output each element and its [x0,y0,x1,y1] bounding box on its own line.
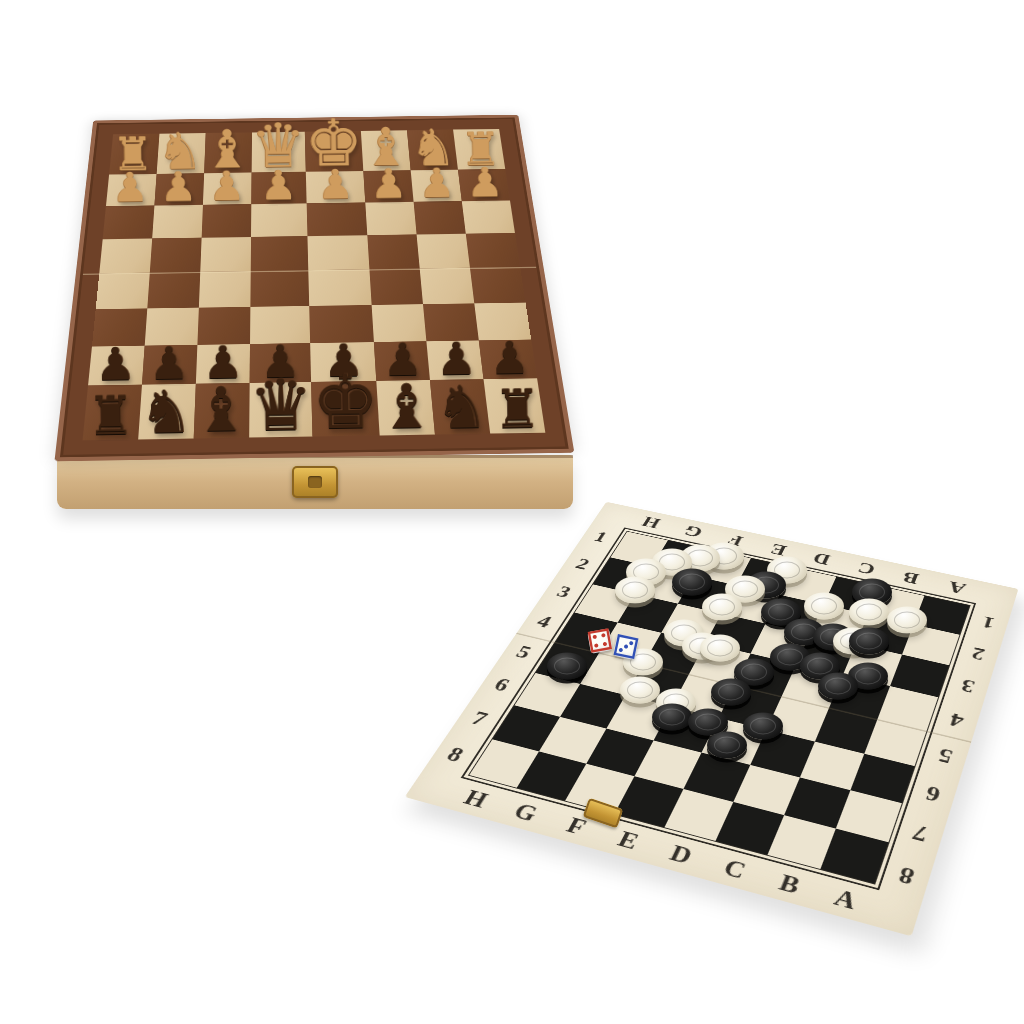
chess-square [199,271,251,307]
chess-square: ♟ [249,343,311,383]
chess-square: ♟ [374,341,430,381]
chess-square: ♞ [407,130,458,171]
chess-square [466,233,520,268]
chess-square: ♝ [193,383,249,439]
chess-square: ♞ [138,384,196,440]
chess-square: ♚ [311,381,380,437]
chess-piece: ♝ [193,381,249,440]
chess-piece: ♟ [436,338,477,381]
chess-square [152,205,203,239]
chess-piece: ♟ [208,167,245,206]
chess-piece: ♟ [419,164,456,203]
chess-square [200,237,251,272]
chess-piece: ♞ [139,384,193,441]
checkers-board: HGFEDCBA HGFEDCBA 12345678 12345678 [405,502,1019,937]
chess-piece: ♟ [489,337,530,380]
chess-square: ♟ [196,344,250,384]
chess-square [103,206,155,240]
chess-square: ♟ [411,170,462,202]
chess-piece: ♟ [371,165,408,204]
chess-square: ♞ [430,379,490,434]
chess-square [372,304,427,342]
chess-square: ♝ [377,380,436,435]
chess-piece: ♟ [259,340,300,383]
chess-square: ♜ [453,129,505,170]
chess-piece: ♟ [202,341,243,384]
chess-square [414,201,466,234]
chess-piece: ♜ [112,132,154,176]
chess-piece: ♝ [379,378,435,437]
chess-square [147,272,200,308]
chess-piece: ♟ [467,164,504,203]
chess-piece: ♜ [460,128,501,172]
chess-square [250,236,308,271]
chess-square [307,203,368,237]
chess-square: ♟ [142,345,197,385]
chess-square [197,307,250,345]
chess-piece: ♟ [382,339,423,382]
chess-piece: ♟ [94,343,135,386]
chess-square [99,238,152,273]
chess-piece: ♚ [305,113,363,175]
chess-square [150,238,202,273]
chess-square: ♟ [88,346,145,386]
chess-square: ♟ [427,340,484,380]
chess-square: ♟ [251,172,307,204]
chess-square: ♟ [458,169,510,201]
chess-square [417,234,470,269]
chess-piece: ♟ [160,168,197,207]
chess-box-side [57,455,573,509]
chess-piece: ♝ [204,125,252,175]
chess-square [92,308,147,346]
chess-square: ♜ [83,385,142,441]
chess-square [250,270,309,306]
chess-piece: ♜ [86,390,135,441]
chess-piece: ♟ [112,169,149,208]
chess-piece: ♛ [251,116,306,174]
chess-grid: ♜♞♝♛♚♝♞♜♟♟♟♟♟♟♟♟♟♟♟♟♟♟♟♟♜♞♝♛♚♝♞♜ [83,129,546,440]
chess-square: ♚ [305,131,364,172]
chess-square: ♛ [249,382,313,438]
chess-square [250,306,311,344]
chess-piece: ♟ [148,342,189,385]
brass-clasp-icon [292,466,338,498]
chess-square: ♟ [154,173,204,205]
chess-square: ♝ [361,130,411,171]
chess-piece: ♞ [411,124,457,173]
chess-square [423,303,479,341]
chess-square: ♜ [109,134,159,175]
chess-square: ♛ [251,132,306,173]
chess-piece: ♞ [157,127,203,176]
chess-square: ♟ [306,171,366,203]
chess-square [308,269,371,306]
chess-square: ♜ [484,378,546,433]
chess-piece: ♝ [363,123,411,173]
chess-square [420,268,474,304]
chess-board: ♜♞♝♛♚♝♞♜♟♟♟♟♟♟♟♟♟♟♟♟♟♟♟♟♜♞♝♛♚♝♞♜ [54,115,574,462]
chess-square [462,200,515,233]
chess-square [251,203,308,237]
product-photo-scene: ♜♞♝♛♚♝♞♜♟♟♟♟♟♟♟♟♟♟♟♟♟♟♟♟♜♞♝♛♚♝♞♜ HGFEDCB… [0,0,1024,1024]
chess-piece: ♟ [317,166,354,205]
chess-square: ♟ [479,340,537,379]
chess-square [474,303,531,341]
chess-square [308,235,370,270]
chess-board-frame: ♜♞♝♛♚♝♞♜♟♟♟♟♟♟♟♟♟♟♟♟♟♟♟♟♜♞♝♛♚♝♞♜ [54,115,574,462]
chess-square [366,202,417,235]
chess-square [368,235,420,270]
chess-square [309,305,374,343]
chess-square: ♟ [310,342,376,382]
chess-square [370,269,423,305]
chess-square: ♝ [204,132,252,173]
chess-square [470,267,525,303]
chess-square [96,273,150,309]
chess-square: ♟ [106,174,157,206]
chess-square: ♟ [364,170,414,202]
chess-piece: ♜ [493,384,541,435]
chess-square: ♟ [203,173,252,205]
chess-piece: ♞ [435,379,489,436]
chess-square [201,204,251,238]
chess-piece: ♟ [260,166,297,205]
chess-square: ♞ [157,133,206,174]
chess-piece: ♟ [323,339,364,382]
chess-square [145,308,199,346]
